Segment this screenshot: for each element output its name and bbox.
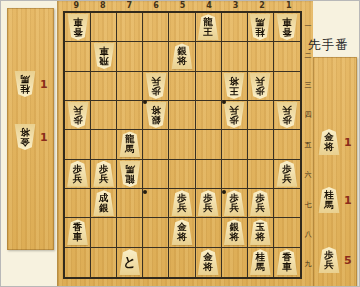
- sente-piece[interactable]: 金将: [318, 129, 340, 155]
- piece-kanji: 兵: [203, 203, 213, 213]
- piece-kanji: 兵: [177, 203, 187, 213]
- piece-kanji: 歩: [73, 115, 83, 125]
- square-4九[interactable]: 金将: [196, 248, 222, 277]
- piece-kanji: 兵: [151, 76, 161, 86]
- square-9六[interactable]: 歩兵: [65, 160, 91, 189]
- piece-kanji: 将: [324, 142, 334, 152]
- piece-kanji: 桂: [256, 27, 266, 37]
- square-4四[interactable]: [196, 101, 222, 130]
- piece-kanji: 王: [229, 86, 239, 96]
- file-label-3: 3: [222, 1, 249, 10]
- piece-kanji: 歩: [256, 86, 266, 96]
- piece-kanji: 兵: [256, 203, 266, 213]
- sente-piece[interactable]: 龍王: [197, 14, 219, 40]
- piece-kanji: 兵: [99, 174, 109, 184]
- sente-hand-item: 金将1: [318, 129, 352, 155]
- square-8八[interactable]: [91, 218, 117, 247]
- square-7六[interactable]: 龍馬: [117, 160, 143, 189]
- square-9五[interactable]: [65, 130, 91, 159]
- square-2三[interactable]: 歩兵: [248, 72, 274, 101]
- square-8六[interactable]: 歩兵: [91, 160, 117, 189]
- square-4三[interactable]: [196, 72, 222, 101]
- square-9三[interactable]: [65, 72, 91, 101]
- piece-kanji: 将: [151, 105, 161, 115]
- gote-piece[interactable]: 歩兵: [276, 102, 298, 128]
- square-5五[interactable]: [169, 130, 195, 159]
- piece-kanji: と: [123, 255, 136, 269]
- square-8五[interactable]: [91, 130, 117, 159]
- piece-kanji: 歩: [151, 86, 161, 96]
- square-4六[interactable]: [196, 160, 222, 189]
- square-3四[interactable]: 歩兵: [222, 101, 248, 130]
- piece-kanji: 銀: [151, 115, 161, 125]
- square-1五[interactable]: [274, 130, 300, 159]
- piece-kanji: 飛: [99, 56, 109, 66]
- square-7五[interactable]: 龍馬: [117, 130, 143, 159]
- square-6七[interactable]: [143, 189, 169, 218]
- square-5三[interactable]: [169, 72, 195, 101]
- square-7三[interactable]: [117, 72, 143, 101]
- gote-piece[interactable]: 歩兵: [223, 102, 245, 128]
- star-point: [222, 190, 226, 194]
- sente-piece[interactable]: 歩兵: [93, 161, 115, 187]
- square-3八[interactable]: 銀将: [222, 218, 248, 247]
- shogi-app-window: 桂馬1金将1 987654321 一二三四五六七八九 香車龍王桂馬香車飛車銀将歩…: [0, 0, 360, 287]
- rank-label-六: 六: [303, 160, 313, 190]
- square-2七[interactable]: 歩兵: [248, 189, 274, 218]
- file-label-7: 7: [116, 1, 143, 10]
- square-6八[interactable]: [143, 218, 169, 247]
- gote-piece[interactable]: 王将: [223, 73, 245, 99]
- square-5一[interactable]: [169, 13, 195, 42]
- square-9二[interactable]: [65, 42, 91, 71]
- square-8二[interactable]: 飛車: [91, 42, 117, 71]
- piece-kanji: 車: [73, 17, 83, 27]
- gote-piece[interactable]: 歩兵: [67, 102, 89, 128]
- sente-piece[interactable]: 龍馬: [119, 131, 141, 157]
- piece-kanji: 兵: [282, 105, 292, 115]
- sente-hand-count: 5: [344, 254, 352, 267]
- square-1七[interactable]: [274, 189, 300, 218]
- rank-label-七: 七: [303, 190, 313, 220]
- piece-kanji: 兵: [73, 105, 83, 115]
- file-label-9: 9: [63, 1, 90, 10]
- piece-kanji: 馬: [125, 164, 135, 174]
- piece-kanji: 銀: [99, 203, 109, 213]
- square-9四[interactable]: 歩兵: [65, 101, 91, 130]
- square-7四[interactable]: [117, 101, 143, 130]
- square-8四[interactable]: [91, 101, 117, 130]
- piece-kanji: 桂: [20, 84, 30, 94]
- square-5八[interactable]: 金将: [169, 218, 195, 247]
- file-label-8: 8: [90, 1, 117, 10]
- square-6三[interactable]: 歩兵: [143, 72, 169, 101]
- square-3九[interactable]: [222, 248, 248, 277]
- square-5四[interactable]: [169, 101, 195, 130]
- piece-kanji: 香: [73, 27, 83, 37]
- sente-hand-item: 桂馬1: [318, 187, 352, 213]
- piece-kanji: 車: [99, 46, 109, 56]
- turn-indicator: 先手番: [308, 37, 349, 54]
- sente-piece[interactable]: 香車: [276, 249, 298, 275]
- square-2五[interactable]: [248, 130, 274, 159]
- sente-piece[interactable]: 金将: [171, 219, 193, 245]
- gote-hand-count: 1: [40, 131, 48, 144]
- sente-piece[interactable]: 歩兵: [223, 190, 245, 216]
- square-5二[interactable]: 銀将: [169, 42, 195, 71]
- square-9九[interactable]: [65, 248, 91, 277]
- piece-kanji: 兵: [229, 105, 239, 115]
- gote-piece[interactable]: 香車: [276, 14, 298, 40]
- square-5七[interactable]: 歩兵: [169, 189, 195, 218]
- piece-kanji: 兵: [73, 174, 83, 184]
- piece-kanji: 馬: [256, 262, 266, 272]
- square-8七[interactable]: 成銀: [91, 189, 117, 218]
- gote-piece[interactable]: 金将: [14, 124, 36, 150]
- gote-piece[interactable]: 飛車: [93, 43, 115, 69]
- file-label-1: 1: [275, 1, 302, 10]
- square-2一[interactable]: 桂馬: [248, 13, 274, 42]
- shogi-board-grid: 香車龍王桂馬香車飛車銀将歩兵王将歩兵歩兵銀将歩兵歩兵龍馬歩兵歩兵龍馬歩兵成銀歩兵…: [63, 11, 302, 279]
- square-3三[interactable]: 王将: [222, 72, 248, 101]
- sente-piece[interactable]: 玉将: [249, 219, 271, 245]
- rank-label-五: 五: [303, 130, 313, 160]
- piece-kanji: 馬: [125, 144, 135, 154]
- piece-kanji: 将: [229, 232, 239, 242]
- square-6六[interactable]: [143, 160, 169, 189]
- square-4七[interactable]: 歩兵: [196, 189, 222, 218]
- rank-label-三: 三: [303, 71, 313, 101]
- piece-kanji: 将: [177, 232, 187, 242]
- star-point: [143, 100, 147, 104]
- square-8一[interactable]: [91, 13, 117, 42]
- gote-piece[interactable]: 歩兵: [145, 73, 167, 99]
- piece-kanji: 金: [20, 137, 30, 147]
- square-7九[interactable]: と: [117, 248, 143, 277]
- piece-kanji: 馬: [20, 74, 30, 84]
- square-1九[interactable]: 香車: [274, 248, 300, 277]
- square-5六[interactable]: [169, 160, 195, 189]
- sente-hand-item: 歩兵5: [318, 247, 352, 273]
- square-2九[interactable]: 桂馬: [248, 248, 274, 277]
- sente-piece[interactable]: 桂馬: [249, 249, 271, 275]
- square-3一[interactable]: [222, 13, 248, 42]
- square-4八[interactable]: [196, 218, 222, 247]
- gote-hand-count: 1: [40, 78, 48, 91]
- square-1二[interactable]: [274, 42, 300, 71]
- square-2二[interactable]: [248, 42, 274, 71]
- sente-piece[interactable]: 金将: [197, 249, 219, 275]
- sente-piece[interactable]: と: [119, 249, 141, 275]
- gote-piece[interactable]: 龍馬: [119, 161, 141, 187]
- square-8三[interactable]: [91, 72, 117, 101]
- piece-kanji: 歩: [229, 115, 239, 125]
- sente-piece[interactable]: 香車: [67, 219, 89, 245]
- square-9一[interactable]: 香車: [65, 13, 91, 42]
- square-3五[interactable]: [222, 130, 248, 159]
- square-5九[interactable]: [169, 248, 195, 277]
- gote-captured-pieces-stand: 桂馬1金将1: [7, 8, 54, 250]
- piece-kanji: 車: [73, 232, 83, 242]
- piece-kanji: 車: [282, 17, 292, 27]
- square-1六[interactable]: 歩兵: [274, 160, 300, 189]
- square-3六[interactable]: [222, 160, 248, 189]
- file-label-4: 4: [196, 1, 223, 10]
- sente-piece[interactable]: 歩兵: [249, 190, 271, 216]
- square-2六[interactable]: [248, 160, 274, 189]
- sente-captured-pieces-stand: 金将1桂馬1歩兵5: [313, 57, 357, 287]
- piece-kanji: 香: [282, 27, 292, 37]
- square-4二[interactable]: [196, 42, 222, 71]
- square-2八[interactable]: 玉将: [248, 218, 274, 247]
- piece-kanji: 歩: [282, 115, 292, 125]
- square-6一[interactable]: [143, 13, 169, 42]
- gote-piece[interactable]: 香車: [67, 14, 89, 40]
- rank-label-八: 八: [303, 219, 313, 249]
- gote-piece[interactable]: 桂馬: [14, 71, 36, 97]
- piece-kanji: 王: [203, 27, 213, 37]
- piece-kanji: 将: [20, 127, 30, 137]
- piece-kanji: 将: [203, 262, 213, 272]
- gote-piece[interactable]: 銀将: [145, 102, 167, 128]
- square-1四[interactable]: 歩兵: [274, 101, 300, 130]
- sente-piece[interactable]: 歩兵: [276, 161, 298, 187]
- square-9七[interactable]: [65, 189, 91, 218]
- piece-kanji: 兵: [229, 203, 239, 213]
- square-6九[interactable]: [143, 248, 169, 277]
- piece-kanji: 将: [177, 56, 187, 66]
- rank-label-四: 四: [303, 100, 313, 130]
- piece-kanji: 兵: [324, 260, 334, 270]
- rank-label-九: 九: [303, 249, 313, 279]
- piece-kanji: 兵: [256, 76, 266, 86]
- square-2四[interactable]: [248, 101, 274, 130]
- square-1三[interactable]: [274, 72, 300, 101]
- file-label-5: 5: [169, 1, 196, 10]
- sente-piece[interactable]: 成銀: [93, 190, 115, 216]
- square-1八[interactable]: [274, 218, 300, 247]
- piece-kanji: 龍: [125, 174, 135, 184]
- piece-kanji: 馬: [324, 200, 334, 210]
- sente-piece[interactable]: 歩兵: [67, 161, 89, 187]
- sente-piece[interactable]: 銀将: [171, 43, 193, 69]
- piece-kanji: 車: [282, 262, 292, 272]
- square-3七[interactable]: 歩兵: [222, 189, 248, 218]
- piece-kanji: 将: [229, 76, 239, 86]
- piece-kanji: 将: [256, 232, 266, 242]
- gote-hand-item: 金将1: [14, 124, 48, 150]
- sente-piece[interactable]: 歩兵: [318, 247, 340, 273]
- sente-hand-count: 1: [344, 136, 352, 149]
- gote-piece[interactable]: 歩兵: [249, 73, 271, 99]
- square-6四[interactable]: 銀将: [143, 101, 169, 130]
- square-7二[interactable]: [117, 42, 143, 71]
- gote-hand-item: 桂馬1: [14, 71, 48, 97]
- square-6五[interactable]: [143, 130, 169, 159]
- square-1一[interactable]: 香車: [274, 13, 300, 42]
- sente-piece[interactable]: 桂馬: [318, 187, 340, 213]
- square-7七[interactable]: [117, 189, 143, 218]
- file-label-2: 2: [249, 1, 276, 10]
- square-8九[interactable]: [91, 248, 117, 277]
- square-4五[interactable]: [196, 130, 222, 159]
- piece-kanji: 兵: [282, 174, 292, 184]
- sente-piece[interactable]: 歩兵: [197, 190, 219, 216]
- sente-piece[interactable]: 歩兵: [171, 190, 193, 216]
- square-3二[interactable]: [222, 42, 248, 71]
- gote-piece[interactable]: 桂馬: [249, 14, 271, 40]
- sente-piece[interactable]: 銀将: [223, 219, 245, 245]
- square-6二[interactable]: [143, 42, 169, 71]
- square-4一[interactable]: 龍王: [196, 13, 222, 42]
- sente-hand-count: 1: [344, 194, 352, 207]
- piece-kanji: 馬: [256, 17, 266, 27]
- square-9八[interactable]: 香車: [65, 218, 91, 247]
- square-7一[interactable]: [117, 13, 143, 42]
- square-7八[interactable]: [117, 218, 143, 247]
- file-label-6: 6: [143, 1, 170, 10]
- star-point: [143, 190, 147, 194]
